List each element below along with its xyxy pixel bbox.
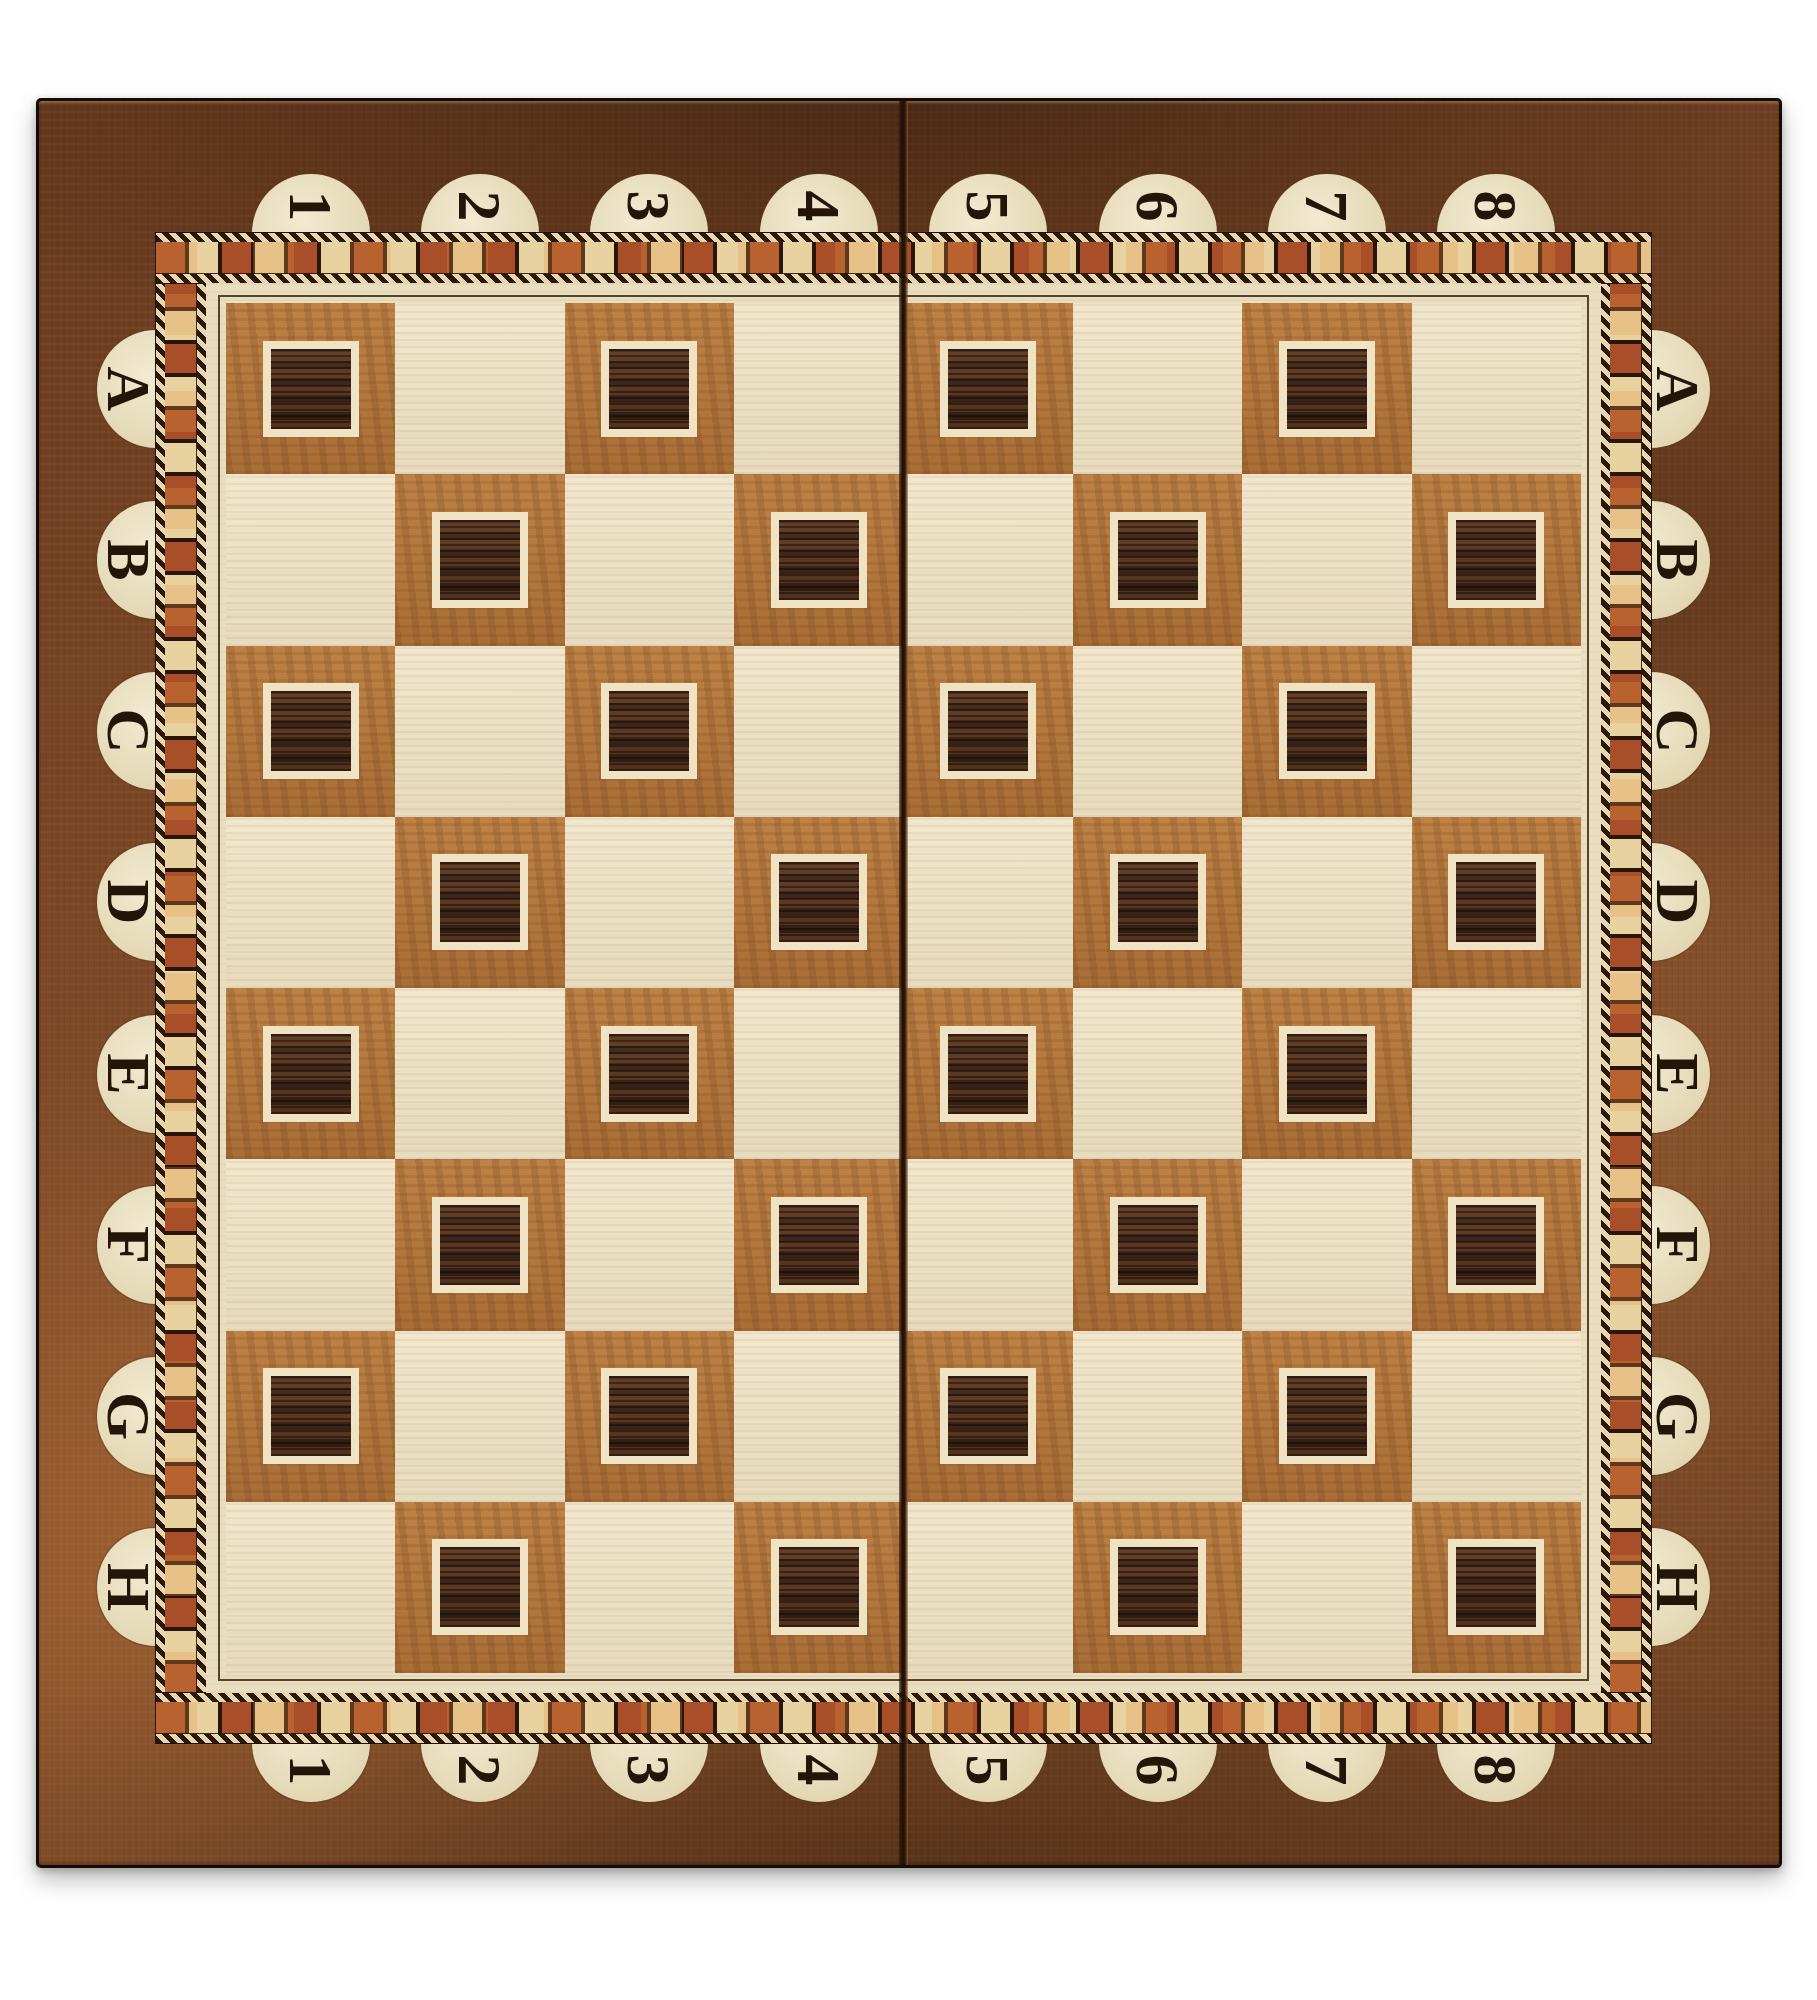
coordinate-label: F [1647,1226,1709,1264]
coordinate-label: F [98,1226,160,1264]
coordinate-label: 4 [788,1755,850,1786]
coordinate-label: B [1647,539,1709,580]
walnut-inset [432,1539,528,1635]
square-E8[interactable] [1412,988,1581,1159]
coordinate-label: B [98,539,160,580]
square-A6[interactable] [1073,303,1242,474]
walnut-inset [771,512,867,608]
fold-seam [899,101,908,1865]
square-D5[interactable] [904,817,1073,988]
square-F3[interactable] [565,1159,734,1330]
coordinate-label: A [98,366,160,411]
square-G8[interactable] [1412,1331,1581,1502]
square-A8[interactable] [1412,303,1581,474]
walnut-inset [1279,341,1375,437]
walnut-inset [771,1539,867,1635]
square-H5[interactable] [904,1502,1073,1673]
square-C4[interactable] [734,646,903,817]
square-B6[interactable] [1073,474,1242,645]
square-E3[interactable] [565,988,734,1159]
square-C2[interactable] [395,646,564,817]
rope-inlay-line [1601,283,1610,1693]
square-B1[interactable] [226,474,395,645]
walnut-inset [771,1197,867,1293]
product-photo-background: 12345678 12345678 ABCDEFGH ABCDEFGH [0,0,1817,2000]
square-G6[interactable] [1073,1331,1242,1502]
coordinate-label: H [1647,1563,1709,1611]
walnut-inset [601,341,697,437]
square-B3[interactable] [565,474,734,645]
square-H2[interactable] [395,1502,564,1673]
coordinate-label: A [1647,366,1709,411]
square-E6[interactable] [1073,988,1242,1159]
square-G4[interactable] [734,1331,903,1502]
coordinate-label: 3 [618,190,680,221]
square-B8[interactable] [1412,474,1581,645]
coordinate-label: 8 [1465,190,1527,221]
walnut-inset [1279,1026,1375,1122]
square-C8[interactable] [1412,646,1581,817]
walnut-inset [432,1197,528,1293]
walnut-inset [263,341,359,437]
coordinate-label: 1 [280,190,342,221]
square-F4[interactable] [734,1159,903,1330]
rope-inlay-line [197,283,206,1693]
walnut-inset [263,1026,359,1122]
coordinate-label: 6 [1127,190,1189,221]
coordinate-label: C [98,709,160,754]
walnut-inset [1448,1197,1544,1293]
square-C5[interactable] [904,646,1073,817]
square-F5[interactable] [904,1159,1073,1330]
coordinate-label: 3 [618,1755,680,1786]
walnut-inset [1448,854,1544,950]
walnut-inset [601,683,697,779]
square-F7[interactable] [1242,1159,1411,1330]
square-F8[interactable] [1412,1159,1581,1330]
walnut-inset [601,1368,697,1464]
coordinate-label: 2 [449,190,511,221]
walnut-inset [601,1026,697,1122]
square-G2[interactable] [395,1331,564,1502]
square-D1[interactable] [226,817,395,988]
coordinate-label: 7 [1296,1755,1358,1786]
coordinate-label: D [1647,880,1709,925]
coordinate-label: 5 [957,1755,1019,1786]
square-E7[interactable] [1242,988,1411,1159]
chess-board: 12345678 12345678 ABCDEFGH ABCDEFGH [36,98,1782,1868]
coordinate-label: 6 [1127,1755,1189,1786]
walnut-inset [1279,1368,1375,1464]
coordinate-label: 1 [280,1755,342,1786]
rope-inlay-line [156,283,165,1693]
walnut-inset [1110,854,1206,950]
walnut-inset [1448,512,1544,608]
coordinate-label: 2 [449,1755,511,1786]
square-C3[interactable] [565,646,734,817]
square-B2[interactable] [395,474,564,645]
square-A1[interactable] [226,303,395,474]
walnut-inset [263,1368,359,1464]
square-G1[interactable] [226,1331,395,1502]
square-D7[interactable] [1242,817,1411,988]
square-A7[interactable] [1242,303,1411,474]
square-D8[interactable] [1412,817,1581,988]
square-A4[interactable] [734,303,903,474]
mosaic-border-left [156,283,206,1693]
square-H8[interactable] [1412,1502,1581,1673]
square-D2[interactable] [395,817,564,988]
square-B4[interactable] [734,474,903,645]
coordinate-label: E [98,1053,160,1094]
walnut-inset [1448,1539,1544,1635]
square-C7[interactable] [1242,646,1411,817]
coordinate-label: D [98,880,160,925]
mosaic-border-right [1601,283,1651,1693]
walnut-inset [940,1026,1036,1122]
coordinate-label: 7 [1296,190,1358,221]
coordinate-label: 8 [1465,1755,1527,1786]
square-E4[interactable] [734,988,903,1159]
mosaic-square-band [165,283,197,1693]
square-G5[interactable] [904,1331,1073,1502]
coordinate-label: 5 [957,190,1019,221]
square-H4[interactable] [734,1502,903,1673]
square-H3[interactable] [565,1502,734,1673]
walnut-inset [1110,512,1206,608]
coordinate-label: G [98,1392,160,1440]
square-E1[interactable] [226,988,395,1159]
mosaic-square-band [1610,283,1642,1693]
square-H7[interactable] [1242,1502,1411,1673]
walnut-inset [263,683,359,779]
walnut-inset [432,512,528,608]
square-A3[interactable] [565,303,734,474]
square-F2[interactable] [395,1159,564,1330]
square-G7[interactable] [1242,1331,1411,1502]
square-D3[interactable] [565,817,734,988]
square-C6[interactable] [1073,646,1242,817]
walnut-inset [1110,1539,1206,1635]
walnut-inset [940,683,1036,779]
walnut-inset [771,854,867,950]
coordinate-label: C [1647,709,1709,754]
square-A5[interactable] [904,303,1073,474]
square-D4[interactable] [734,817,903,988]
square-G3[interactable] [565,1331,734,1502]
walnut-inset [1279,683,1375,779]
walnut-inset [1110,1197,1206,1293]
rope-inlay-line [1642,283,1651,1693]
square-B7[interactable] [1242,474,1411,645]
square-E5[interactable] [904,988,1073,1159]
coordinate-label: H [98,1563,160,1611]
square-H1[interactable] [226,1502,395,1673]
square-E2[interactable] [395,988,564,1159]
square-A2[interactable] [395,303,564,474]
coordinate-label: 4 [788,190,850,221]
square-H6[interactable] [1073,1502,1242,1673]
square-C1[interactable] [226,646,395,817]
square-D6[interactable] [1073,817,1242,988]
walnut-inset [432,854,528,950]
coordinate-label: G [1647,1392,1709,1440]
square-B5[interactable] [904,474,1073,645]
walnut-inset [940,341,1036,437]
coordinate-label: E [1647,1053,1709,1094]
square-F6[interactable] [1073,1159,1242,1330]
walnut-inset [940,1368,1036,1464]
square-F1[interactable] [226,1159,395,1330]
